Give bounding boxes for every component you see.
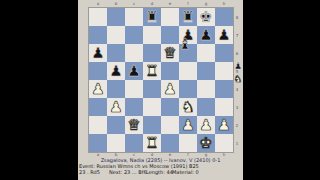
square-d1[interactable]: ♜ [143,134,161,152]
rank-label-7: 7 [234,26,240,44]
white-pawn[interactable]: ♟ [161,80,179,98]
square-g3[interactable] [197,98,215,116]
white-pawn[interactable]: ♟ [107,98,125,116]
square-c7[interactable] [125,26,143,44]
square-a6[interactable]: ♟ [89,44,107,62]
square-e3[interactable] [161,98,179,116]
white-king[interactable]: ♚ [197,134,215,152]
square-d3[interactable] [143,98,161,116]
chess-app-panel: abcdefgh ♜♜♚♟♟♟♟♛♟♟♜♟♟♟♞♛♟♟♟♜♚♝ 87654321… [78,0,243,180]
white-pawn[interactable]: ♟ [179,116,197,134]
video-frame: abcdefgh ♜♜♚♟♟♟♟♛♟♟♜♟♟♟♞♛♟♟♟♜♚♝ 87654321… [0,0,320,180]
square-b1[interactable] [107,134,125,152]
black-bishop-moving[interactable]: ♝ [176,35,194,53]
black-pawn[interactable]: ♟ [107,62,125,80]
square-h2[interactable]: ♟ [215,116,233,134]
square-b6[interactable] [107,44,125,62]
square-g8[interactable]: ♚ [197,8,215,26]
square-h8[interactable] [215,8,233,26]
square-g5[interactable] [197,62,215,80]
square-b5[interactable]: ♟ [107,62,125,80]
square-c6[interactable] [125,44,143,62]
square-c2[interactable]: ♛ [125,116,143,134]
square-d7[interactable] [143,26,161,44]
white-rook[interactable]: ♜ [143,134,161,152]
square-e8[interactable] [161,8,179,26]
square-e2[interactable] [161,116,179,134]
square-a4[interactable]: ♟ [89,80,107,98]
square-a3[interactable] [89,98,107,116]
square-d8[interactable]: ♜ [143,8,161,26]
square-b2[interactable] [107,116,125,134]
square-g2[interactable]: ♟ [197,116,215,134]
tray-white-knight: ♞ [233,73,243,86]
rank-label-1: 1 [234,134,240,152]
square-b4[interactable] [107,80,125,98]
square-c4[interactable] [125,80,143,98]
material-text: Material: 0 [172,169,199,175]
square-d6[interactable] [143,44,161,62]
chess-board[interactable]: ♜♜♚♟♟♟♟♛♟♟♜♟♟♟♞♛♟♟♟♜♚♝ [88,7,234,153]
square-h6[interactable] [215,44,233,62]
square-h4[interactable] [215,80,233,98]
square-e1[interactable] [161,134,179,152]
black-pawn[interactable]: ♟ [197,26,215,44]
black-pawn[interactable]: ♟ [125,62,143,80]
black-rook[interactable]: ♜ [179,8,197,26]
square-f5[interactable] [179,62,197,80]
square-f1[interactable] [179,134,197,152]
white-queen[interactable]: ♛ [125,116,143,134]
white-pawn[interactable]: ♟ [197,116,215,134]
square-c3[interactable] [125,98,143,116]
square-h1[interactable] [215,134,233,152]
square-b7[interactable] [107,26,125,44]
square-f3[interactable]: ♞ [179,98,197,116]
tray-black-pawn: ♟ [233,60,243,73]
black-pawn[interactable]: ♟ [89,44,107,62]
square-g1[interactable]: ♚ [197,134,215,152]
rank-label-2: 2 [234,116,240,134]
white-pawn[interactable]: ♟ [215,116,233,134]
square-a8[interactable] [89,8,107,26]
square-d5[interactable]: ♜ [143,62,161,80]
square-f2[interactable]: ♟ [179,116,197,134]
white-pawn[interactable]: ♟ [89,80,107,98]
square-b3[interactable]: ♟ [107,98,125,116]
square-g4[interactable] [197,80,215,98]
square-b8[interactable] [107,8,125,26]
captured-material-tray: ♟♞ [233,60,243,90]
square-a1[interactable] [89,134,107,152]
square-h5[interactable] [215,62,233,80]
rank-label-3: 3 [234,98,240,116]
square-e4[interactable]: ♟ [161,80,179,98]
square-a2[interactable] [89,116,107,134]
black-pawn[interactable]: ♟ [215,26,233,44]
square-h3[interactable] [215,98,233,116]
square-d2[interactable] [143,116,161,134]
square-c8[interactable] [125,8,143,26]
square-f8[interactable]: ♜ [179,8,197,26]
square-f4[interactable] [179,80,197,98]
black-rook[interactable]: ♜ [143,8,161,26]
square-a7[interactable] [89,26,107,44]
status-panel: Zsagalova, Nadia (2285) -- Ivanov, V (24… [78,157,243,180]
white-knight[interactable]: ♞ [179,98,197,116]
square-c5[interactable]: ♟ [125,62,143,80]
square-e5[interactable] [161,62,179,80]
last-move-text: 23 . Rd5 [79,169,100,175]
square-a5[interactable] [89,62,107,80]
square-d4[interactable] [143,80,161,98]
rank-label-8: 8 [234,8,240,26]
square-c1[interactable] [125,134,143,152]
game-length-text: Length: 44 [146,169,173,175]
next-move-text: Next: 23 ... Bf6 [109,169,147,175]
white-rook[interactable]: ♜ [143,62,161,80]
square-h7[interactable]: ♟ [215,26,233,44]
square-g6[interactable] [197,44,215,62]
black-king[interactable]: ♚ [197,8,215,26]
square-g7[interactable]: ♟ [197,26,215,44]
